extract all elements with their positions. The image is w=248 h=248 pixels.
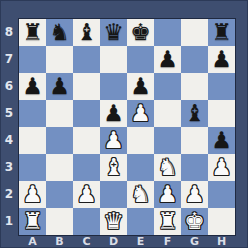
square-d1[interactable]: ♛ (100, 208, 127, 235)
piece-white-pawn: ♟ (73, 181, 100, 208)
piece-black-rook: ♜ (208, 19, 235, 46)
square-h1[interactable] (208, 208, 235, 235)
file-label-b: B (46, 236, 73, 248)
square-d4[interactable]: ♟ (100, 127, 127, 154)
square-h2[interactable] (208, 181, 235, 208)
rank-label-8: 8 (0, 19, 18, 46)
square-f8[interactable] (154, 19, 181, 46)
piece-white-pawn: ♟ (154, 181, 181, 208)
square-b8[interactable]: ♞ (46, 19, 73, 46)
square-c7[interactable] (73, 46, 100, 73)
piece-white-pawn: ♟ (100, 127, 127, 154)
square-d6[interactable] (100, 73, 127, 100)
square-h8[interactable]: ♜ (208, 19, 235, 46)
square-e8[interactable]: ♚ (127, 19, 154, 46)
square-d2[interactable] (100, 181, 127, 208)
square-h7[interactable]: ♟ (208, 46, 235, 73)
square-g6[interactable] (181, 73, 208, 100)
piece-black-bishop: ♝ (181, 100, 208, 127)
square-h3[interactable]: ♟ (208, 154, 235, 181)
square-d7[interactable] (100, 46, 127, 73)
square-d8[interactable]: ♛ (100, 19, 127, 46)
square-b3[interactable] (46, 154, 73, 181)
square-a1[interactable]: ♜ (19, 208, 46, 235)
square-c2[interactable]: ♟ (73, 181, 100, 208)
square-c6[interactable] (73, 73, 100, 100)
piece-black-king: ♚ (127, 19, 154, 46)
piece-black-pawn: ♟ (127, 73, 154, 100)
piece-black-pawn: ♟ (100, 100, 127, 127)
square-e7[interactable] (127, 46, 154, 73)
file-label-e: E (127, 236, 154, 248)
chess-board[interactable]: ♜♞♝♛♚♜♟♟♟♟♟♟♟♝♟♟♝♞♟♟♟♞♟♟♜♛♜♚ (18, 18, 236, 236)
square-a2[interactable]: ♟ (19, 181, 46, 208)
square-e3[interactable] (127, 154, 154, 181)
rank-label-7: 7 (0, 46, 18, 73)
square-f2[interactable]: ♟ (154, 181, 181, 208)
square-h4[interactable]: ♟ (208, 127, 235, 154)
piece-white-pawn: ♟ (208, 154, 235, 181)
piece-black-pawn: ♟ (154, 46, 181, 73)
square-a6[interactable]: ♟ (19, 73, 46, 100)
square-a3[interactable] (19, 154, 46, 181)
piece-black-pawn: ♟ (208, 127, 235, 154)
piece-white-queen: ♛ (100, 208, 127, 235)
piece-white-rook: ♜ (154, 208, 181, 235)
square-a7[interactable] (19, 46, 46, 73)
square-f7[interactable]: ♟ (154, 46, 181, 73)
square-a5[interactable] (19, 100, 46, 127)
square-g8[interactable] (181, 19, 208, 46)
square-c4[interactable] (73, 127, 100, 154)
square-g4[interactable] (181, 127, 208, 154)
rank-labels: 87654321 (0, 19, 18, 235)
piece-white-bishop: ♝ (100, 154, 127, 181)
square-a8[interactable]: ♜ (19, 19, 46, 46)
square-h5[interactable] (208, 100, 235, 127)
square-g2[interactable]: ♟ (181, 181, 208, 208)
rank-label-2: 2 (0, 181, 18, 208)
square-g7[interactable] (181, 46, 208, 73)
piece-black-pawn: ♟ (208, 46, 235, 73)
piece-black-queen: ♛ (100, 19, 127, 46)
square-g5[interactable]: ♝ (181, 100, 208, 127)
square-d3[interactable]: ♝ (100, 154, 127, 181)
file-label-a: A (19, 236, 46, 248)
square-d5[interactable]: ♟ (100, 100, 127, 127)
square-c3[interactable] (73, 154, 100, 181)
file-label-h: H (208, 236, 235, 248)
piece-black-rook: ♜ (19, 19, 46, 46)
square-e1[interactable] (127, 208, 154, 235)
piece-black-pawn: ♟ (19, 73, 46, 100)
file-labels: ABCDEFGH (19, 236, 235, 248)
file-label-d: D (100, 236, 127, 248)
rank-label-5: 5 (0, 100, 18, 127)
square-f3[interactable]: ♞ (154, 154, 181, 181)
square-f1[interactable]: ♜ (154, 208, 181, 235)
chess-diagram: 87654321 ♜♞♝♛♚♜♟♟♟♟♟♟♟♝♟♟♝♞♟♟♟♞♟♟♜♛♜♚ AB… (0, 0, 248, 248)
piece-black-knight: ♞ (46, 19, 73, 46)
rank-label-4: 4 (0, 127, 18, 154)
square-e5[interactable]: ♟ (127, 100, 154, 127)
square-g3[interactable] (181, 154, 208, 181)
rank-label-1: 1 (0, 208, 18, 235)
square-b2[interactable] (46, 181, 73, 208)
square-e6[interactable]: ♟ (127, 73, 154, 100)
piece-white-rook: ♜ (19, 208, 46, 235)
square-b1[interactable] (46, 208, 73, 235)
piece-white-pawn: ♟ (181, 181, 208, 208)
square-b6[interactable]: ♟ (46, 73, 73, 100)
piece-black-pawn: ♟ (46, 73, 73, 100)
square-f5[interactable] (154, 100, 181, 127)
piece-white-knight: ♞ (154, 154, 181, 181)
piece-black-bishop: ♝ (73, 19, 100, 46)
square-f6[interactable] (154, 73, 181, 100)
square-c5[interactable] (73, 100, 100, 127)
square-b7[interactable] (46, 46, 73, 73)
file-label-f: F (154, 236, 181, 248)
piece-white-pawn: ♟ (19, 181, 46, 208)
square-c8[interactable]: ♝ (73, 19, 100, 46)
piece-white-knight: ♞ (127, 181, 154, 208)
square-e2[interactable]: ♞ (127, 181, 154, 208)
piece-white-pawn: ♟ (127, 100, 154, 127)
square-b5[interactable] (46, 100, 73, 127)
square-e4[interactable] (127, 127, 154, 154)
square-g1[interactable]: ♚ (181, 208, 208, 235)
file-label-g: G (181, 236, 208, 248)
rank-label-3: 3 (0, 154, 18, 181)
square-h6[interactable] (208, 73, 235, 100)
file-label-c: C (73, 236, 100, 248)
piece-white-king: ♚ (181, 208, 208, 235)
square-c1[interactable] (73, 208, 100, 235)
rank-label-6: 6 (0, 73, 18, 100)
square-f4[interactable] (154, 127, 181, 154)
square-a4[interactable] (19, 127, 46, 154)
square-b4[interactable] (46, 127, 73, 154)
